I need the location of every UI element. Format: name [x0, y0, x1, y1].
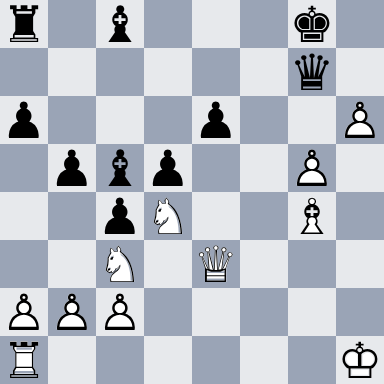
square-h8[interactable] [336, 0, 384, 48]
square-e7[interactable] [192, 48, 240, 96]
square-c1[interactable] [96, 336, 144, 384]
black-bishop-piece[interactable]: ♝ [96, 0, 144, 48]
square-f8[interactable] [240, 0, 288, 48]
square-b8[interactable] [48, 0, 96, 48]
square-h6[interactable]: ♟♙ [336, 96, 384, 144]
black-king-piece[interactable]: ♚ [288, 0, 336, 48]
black-pawn-piece-glyph: ♟ [48, 145, 96, 193]
square-e3[interactable]: ♛♕ [192, 240, 240, 288]
white-king-piece[interactable]: ♚♔ [336, 336, 384, 384]
black-bishop-piece-glyph: ♝ [96, 1, 144, 49]
white-pawn-piece[interactable]: ♟♙ [288, 144, 336, 192]
square-b1[interactable] [48, 336, 96, 384]
square-f5[interactable] [240, 144, 288, 192]
white-bishop-piece-outline-glyph: ♗ [288, 193, 336, 241]
square-f1[interactable] [240, 336, 288, 384]
square-c6[interactable] [96, 96, 144, 144]
white-pawn-piece[interactable]: ♟♙ [0, 288, 48, 336]
square-d5[interactable]: ♟ [144, 144, 192, 192]
square-d4[interactable]: ♞♘ [144, 192, 192, 240]
white-pawn-piece[interactable]: ♟♙ [336, 96, 384, 144]
square-c3[interactable]: ♞♘ [96, 240, 144, 288]
square-g1[interactable] [288, 336, 336, 384]
square-a4[interactable] [0, 192, 48, 240]
square-e1[interactable] [192, 336, 240, 384]
square-e8[interactable] [192, 0, 240, 48]
white-pawn-piece-outline-glyph: ♙ [48, 289, 96, 337]
black-pawn-piece[interactable]: ♟ [144, 144, 192, 192]
square-h3[interactable] [336, 240, 384, 288]
white-pawn-piece-outline-glyph: ♙ [336, 97, 384, 145]
square-e4[interactable] [192, 192, 240, 240]
square-b3[interactable] [48, 240, 96, 288]
square-c7[interactable] [96, 48, 144, 96]
black-pawn-piece-glyph: ♟ [0, 97, 48, 145]
white-knight-piece-outline-glyph: ♘ [144, 193, 192, 241]
white-pawn-piece-outline-glyph: ♙ [288, 145, 336, 193]
square-d7[interactable] [144, 48, 192, 96]
square-g6[interactable] [288, 96, 336, 144]
square-h1[interactable]: ♚♔ [336, 336, 384, 384]
square-e2[interactable] [192, 288, 240, 336]
black-pawn-piece[interactable]: ♟ [192, 96, 240, 144]
black-pawn-piece-glyph: ♟ [96, 193, 144, 241]
square-d2[interactable] [144, 288, 192, 336]
white-knight-piece[interactable]: ♞♘ [96, 240, 144, 288]
square-f4[interactable] [240, 192, 288, 240]
square-g7[interactable]: ♛ [288, 48, 336, 96]
black-pawn-piece[interactable]: ♟ [0, 96, 48, 144]
square-a5[interactable] [0, 144, 48, 192]
white-rook-piece-outline-glyph: ♖ [0, 337, 48, 384]
black-pawn-piece[interactable]: ♟ [96, 192, 144, 240]
square-a8[interactable]: ♜ [0, 0, 48, 48]
white-queen-piece[interactable]: ♛♕ [192, 240, 240, 288]
square-a2[interactable]: ♟♙ [0, 288, 48, 336]
black-queen-piece-glyph: ♛ [288, 49, 336, 97]
white-pawn-piece-outline-glyph: ♙ [0, 289, 48, 337]
chess-board: ♜♝♚♛♟♟♟♙♟♝♟♟♙♟♞♘♝♗♞♘♛♕♟♙♟♙♟♙♜♖♚♔ [0, 0, 384, 384]
square-b7[interactable] [48, 48, 96, 96]
square-e5[interactable] [192, 144, 240, 192]
square-f6[interactable] [240, 96, 288, 144]
square-f2[interactable] [240, 288, 288, 336]
square-c4[interactable]: ♟ [96, 192, 144, 240]
white-knight-piece[interactable]: ♞♘ [144, 192, 192, 240]
square-d1[interactable] [144, 336, 192, 384]
white-king-piece-outline-glyph: ♔ [336, 337, 384, 384]
square-d3[interactable] [144, 240, 192, 288]
square-a6[interactable]: ♟ [0, 96, 48, 144]
square-a7[interactable] [0, 48, 48, 96]
square-c5[interactable]: ♝ [96, 144, 144, 192]
black-queen-piece[interactable]: ♛ [288, 48, 336, 96]
square-g2[interactable] [288, 288, 336, 336]
square-g4[interactable]: ♝♗ [288, 192, 336, 240]
square-b4[interactable] [48, 192, 96, 240]
square-e6[interactable]: ♟ [192, 96, 240, 144]
square-a1[interactable]: ♜♖ [0, 336, 48, 384]
black-rook-piece-glyph: ♜ [0, 1, 48, 49]
white-bishop-piece[interactable]: ♝♗ [288, 192, 336, 240]
white-queen-piece-outline-glyph: ♕ [192, 241, 240, 289]
square-c8[interactable]: ♝ [96, 0, 144, 48]
white-knight-piece-outline-glyph: ♘ [96, 241, 144, 289]
black-rook-piece[interactable]: ♜ [0, 0, 48, 48]
square-d6[interactable] [144, 96, 192, 144]
square-b6[interactable] [48, 96, 96, 144]
black-bishop-piece-glyph: ♝ [96, 145, 144, 193]
square-d8[interactable] [144, 0, 192, 48]
black-king-piece-glyph: ♚ [288, 1, 336, 49]
white-pawn-piece[interactable]: ♟♙ [48, 288, 96, 336]
black-pawn-piece-glyph: ♟ [144, 145, 192, 193]
square-h7[interactable] [336, 48, 384, 96]
square-c2[interactable]: ♟♙ [96, 288, 144, 336]
square-f3[interactable] [240, 240, 288, 288]
black-pawn-piece-glyph: ♟ [192, 97, 240, 145]
square-f7[interactable] [240, 48, 288, 96]
black-bishop-piece[interactable]: ♝ [96, 144, 144, 192]
white-rook-piece[interactable]: ♜♖ [0, 336, 48, 384]
white-pawn-piece-outline-glyph: ♙ [96, 289, 144, 337]
square-g8[interactable]: ♚ [288, 0, 336, 48]
white-pawn-piece[interactable]: ♟♙ [96, 288, 144, 336]
square-h2[interactable] [336, 288, 384, 336]
square-b5[interactable]: ♟ [48, 144, 96, 192]
square-b2[interactable]: ♟♙ [48, 288, 96, 336]
square-h5[interactable] [336, 144, 384, 192]
black-pawn-piece[interactable]: ♟ [48, 144, 96, 192]
square-g5[interactable]: ♟♙ [288, 144, 336, 192]
square-a3[interactable] [0, 240, 48, 288]
square-h4[interactable] [336, 192, 384, 240]
square-g3[interactable] [288, 240, 336, 288]
